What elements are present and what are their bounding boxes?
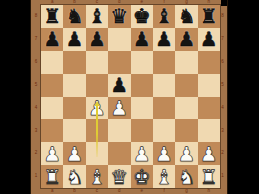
- square-g5[interactable]: [175, 74, 197, 97]
- square-e7[interactable]: ♟: [131, 28, 153, 51]
- square-f2[interactable]: ♟: [153, 142, 175, 165]
- piece-black-b-c8: ♝: [88, 6, 106, 26]
- coords-rank-labels-left: 87654321: [31, 5, 41, 188]
- piece-black-r-h8: ♜: [200, 6, 218, 26]
- piece-white-p-a2: ♟: [43, 143, 61, 163]
- square-d5[interactable]: ♟: [108, 74, 130, 97]
- piece-black-p-f7: ♟: [155, 29, 173, 49]
- square-e2[interactable]: ♟: [131, 142, 153, 165]
- coords-file-labels-bottom: abcdefgh: [41, 188, 220, 194]
- square-h1[interactable]: ♜: [198, 165, 220, 188]
- piece-black-r-a8: ♜: [43, 6, 61, 26]
- piece-white-p-g2: ♟: [177, 143, 195, 163]
- square-g7[interactable]: ♟: [175, 28, 197, 51]
- piece-black-n-b8: ♞: [66, 6, 84, 26]
- square-g6[interactable]: [175, 51, 197, 74]
- piece-white-n-b1: ♞: [66, 166, 84, 186]
- square-f5[interactable]: [153, 74, 175, 97]
- coord-left-5: 5: [31, 74, 41, 97]
- square-h7[interactable]: ♟: [198, 28, 220, 51]
- piece-black-p-d5: ♟: [110, 75, 128, 95]
- coord-left-6: 6: [31, 51, 41, 74]
- square-e1[interactable]: ♚: [131, 165, 153, 188]
- square-a8[interactable]: ♜: [41, 5, 63, 28]
- square-a3[interactable]: [41, 119, 63, 142]
- piece-white-p-f2: ♟: [155, 143, 173, 163]
- square-h5[interactable]: [198, 74, 220, 97]
- coord-left-4: 4: [31, 97, 41, 120]
- square-d8[interactable]: ♛: [108, 5, 130, 28]
- piece-black-b-f8: ♝: [155, 6, 173, 26]
- square-h8[interactable]: ♜: [198, 5, 220, 28]
- coord-bottom-c: c: [86, 188, 108, 194]
- square-a4[interactable]: [41, 97, 63, 120]
- square-d1[interactable]: ♛: [108, 165, 130, 188]
- square-g4[interactable]: [175, 97, 197, 120]
- square-b6[interactable]: [63, 51, 85, 74]
- coord-left-1: 1: [31, 165, 41, 188]
- piece-white-q-d1: ♛: [110, 166, 128, 186]
- square-a1[interactable]: ♜: [41, 165, 63, 188]
- square-b5[interactable]: [63, 74, 85, 97]
- square-c5[interactable]: [86, 74, 108, 97]
- piece-black-p-a7: ♟: [43, 29, 61, 49]
- coord-bottom-h: h: [198, 188, 220, 194]
- square-a6[interactable]: [41, 51, 63, 74]
- piece-black-p-e7: ♟: [133, 29, 151, 49]
- square-d3[interactable]: [108, 119, 130, 142]
- square-a2[interactable]: ♟: [41, 142, 63, 165]
- square-e5[interactable]: [131, 74, 153, 97]
- piece-black-k-e8: ♚: [133, 6, 151, 26]
- coord-left-2: 2: [31, 142, 41, 165]
- square-h4[interactable]: [198, 97, 220, 120]
- square-g8[interactable]: ♞: [175, 5, 197, 28]
- square-g2[interactable]: ♟: [175, 142, 197, 165]
- coord-bottom-e: e: [131, 188, 153, 194]
- piece-white-p-h2: ♟: [200, 143, 218, 163]
- square-b8[interactable]: ♞: [63, 5, 85, 28]
- square-d2[interactable]: [108, 142, 130, 165]
- square-c1[interactable]: ♝: [86, 165, 108, 188]
- video-frame: abcdefgh abcdefgh 87654321 87654321 ♜♞♝♛…: [0, 0, 259, 194]
- chess-board: ♜♞♝♛♚♝♞♜♟♟♟♟♟♟♟♟♟♟♟♟♟♟♟♟♜♞♝♛♚♝♞♜: [41, 5, 220, 188]
- piece-white-r-h1: ♜: [200, 166, 218, 186]
- square-h2[interactable]: ♟: [198, 142, 220, 165]
- coord-bottom-a: a: [41, 188, 63, 194]
- square-f4[interactable]: [153, 97, 175, 120]
- piece-black-p-h7: ♟: [200, 29, 218, 49]
- coord-bottom-g: g: [175, 188, 197, 194]
- square-g3[interactable]: [175, 119, 197, 142]
- square-b4[interactable]: [63, 97, 85, 120]
- last-move-arrow-line: [96, 105, 98, 157]
- chess-board-frame: abcdefgh abcdefgh 87654321 87654321 ♜♞♝♛…: [30, 0, 228, 194]
- square-d6[interactable]: [108, 51, 130, 74]
- square-a5[interactable]: [41, 74, 63, 97]
- square-c6[interactable]: [86, 51, 108, 74]
- square-e8[interactable]: ♚: [131, 5, 153, 28]
- coord-bottom-f: f: [153, 188, 175, 194]
- coord-left-8: 8: [31, 5, 41, 28]
- square-b1[interactable]: ♞: [63, 165, 85, 188]
- piece-black-p-g7: ♟: [177, 29, 195, 49]
- square-f6[interactable]: [153, 51, 175, 74]
- piece-white-p-e2: ♟: [133, 143, 151, 163]
- square-c8[interactable]: ♝: [86, 5, 108, 28]
- square-d7[interactable]: [108, 28, 130, 51]
- coord-left-7: 7: [31, 28, 41, 51]
- coord-left-3: 3: [31, 119, 41, 142]
- square-f7[interactable]: ♟: [153, 28, 175, 51]
- piece-white-p-d4: ♟: [110, 97, 128, 117]
- piece-black-p-b7: ♟: [66, 29, 84, 49]
- square-h6[interactable]: [198, 51, 220, 74]
- frame-corner-patch: [221, 0, 227, 6]
- piece-white-b-f1: ♝: [155, 166, 173, 186]
- square-b3[interactable]: [63, 119, 85, 142]
- square-e4[interactable]: [131, 97, 153, 120]
- square-b2[interactable]: ♟: [63, 142, 85, 165]
- piece-black-p-c7: ♟: [88, 29, 106, 49]
- piece-white-b-c1: ♝: [88, 166, 106, 186]
- square-b7[interactable]: ♟: [63, 28, 85, 51]
- square-e6[interactable]: [131, 51, 153, 74]
- coord-bottom-b: b: [63, 188, 85, 194]
- piece-black-n-g8: ♞: [177, 6, 195, 26]
- coord-bottom-d: d: [108, 188, 130, 194]
- square-c7[interactable]: ♟: [86, 28, 108, 51]
- square-d4[interactable]: ♟: [108, 97, 130, 120]
- piece-white-k-e1: ♚: [133, 166, 151, 186]
- square-e3[interactable]: [131, 119, 153, 142]
- square-a7[interactable]: ♟: [41, 28, 63, 51]
- piece-white-p-b2: ♟: [66, 143, 84, 163]
- square-f1[interactable]: ♝: [153, 165, 175, 188]
- piece-white-n-g1: ♞: [177, 166, 195, 186]
- square-f8[interactable]: ♝: [153, 5, 175, 28]
- piece-black-q-d8: ♛: [110, 6, 128, 26]
- square-h3[interactable]: [198, 119, 220, 142]
- square-f3[interactable]: [153, 119, 175, 142]
- square-g1[interactable]: ♞: [175, 165, 197, 188]
- piece-white-r-a1: ♜: [43, 166, 61, 186]
